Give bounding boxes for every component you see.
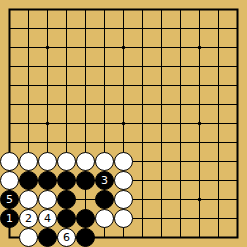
stones-layer: 351246 — [0, 0, 247, 247]
black-stone — [38, 228, 57, 247]
white-stone — [19, 228, 38, 247]
white-stone — [114, 152, 133, 171]
white-stone — [57, 152, 76, 171]
white-stone — [38, 190, 57, 209]
black-stone — [57, 171, 76, 190]
move-stone-5: 5 — [0, 190, 19, 209]
move-stone-3: 3 — [95, 171, 114, 190]
black-stone — [95, 190, 114, 209]
go-diagram[interactable]: 351246 — [0, 0, 247, 247]
white-stone — [114, 190, 133, 209]
black-stone — [76, 228, 95, 247]
black-stone — [76, 209, 95, 228]
white-stone — [0, 152, 19, 171]
black-stone — [19, 171, 38, 190]
move-stone-2: 2 — [19, 209, 38, 228]
white-stone — [19, 152, 38, 171]
white-stone — [114, 171, 133, 190]
white-stone — [19, 190, 38, 209]
move-stone-1: 1 — [0, 209, 19, 228]
move-stone-4: 4 — [38, 209, 57, 228]
white-stone — [38, 152, 57, 171]
black-stone — [38, 171, 57, 190]
white-stone — [95, 209, 114, 228]
white-stone — [76, 152, 95, 171]
black-stone — [57, 190, 76, 209]
white-stone — [95, 152, 114, 171]
white-stone — [0, 171, 19, 190]
move-stone-6: 6 — [57, 228, 76, 247]
black-stone — [57, 209, 76, 228]
black-stone — [76, 171, 95, 190]
white-stone — [114, 209, 133, 228]
